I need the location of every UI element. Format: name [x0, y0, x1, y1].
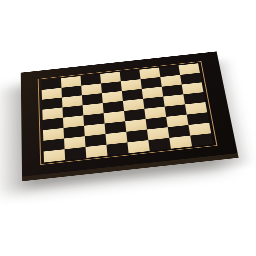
square-r8c7: [169, 136, 192, 149]
square-r8c2: [65, 147, 87, 160]
square-r8c5: [127, 140, 149, 153]
pinstripe-border: [38, 61, 218, 165]
square-r8c6: [148, 138, 171, 151]
board-frame: [21, 51, 238, 176]
square-r8c3: [86, 145, 108, 158]
square-r8c4: [106, 142, 128, 155]
page-background: { "game": "chess", "scene": { "type": "p…: [0, 0, 256, 256]
square-r8c8: [190, 133, 213, 146]
product-photo: [0, 0, 256, 256]
chessboard: [10, 0, 238, 225]
board-grid: [41, 63, 213, 162]
square-r8c1: [44, 149, 65, 162]
